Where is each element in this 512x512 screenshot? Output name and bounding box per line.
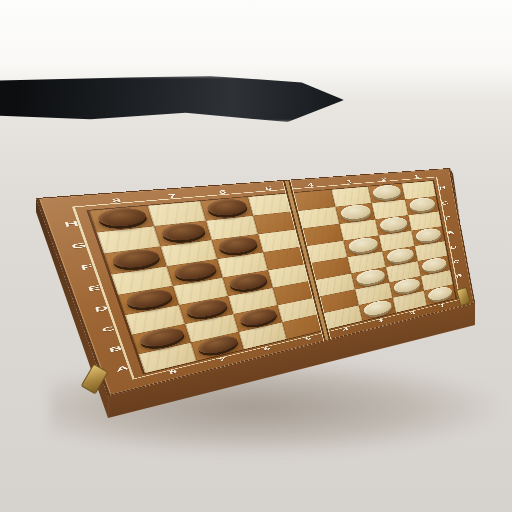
fabric-bag [0, 76, 344, 122]
checker-light[interactable] [347, 236, 379, 254]
checker-dark[interactable] [205, 197, 248, 216]
checker-light[interactable] [371, 184, 401, 200]
checker-dark[interactable] [159, 221, 206, 242]
checker-dark[interactable] [95, 206, 148, 228]
checker-light[interactable] [414, 227, 441, 243]
checker-light[interactable] [385, 247, 414, 264]
scene: HGFEDCBAHGFEDCBA8765432187654321 [0, 0, 512, 512]
checker-light[interactable] [378, 216, 408, 233]
checker-light[interactable] [339, 204, 372, 221]
checker-light[interactable] [408, 197, 436, 213]
checker-dark[interactable] [216, 235, 258, 255]
